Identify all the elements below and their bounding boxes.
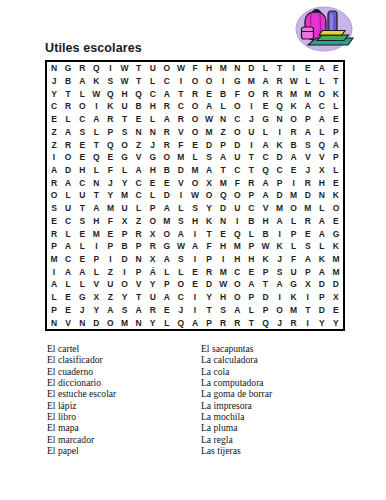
grid-cell-r21c14[interactable]: R [230, 316, 244, 329]
grid-cell-r16c4[interactable]: P [89, 253, 103, 266]
grid-cell-r11c20[interactable]: N [315, 189, 329, 202]
grid-cell-r20c12[interactable]: T [202, 304, 216, 317]
grid-cell-r1c6[interactable]: W [117, 62, 131, 75]
grid-cell-r11c21[interactable]: K [329, 189, 343, 202]
grid-cell-r10c7[interactable]: C [132, 176, 146, 189]
grid-cell-r7c18[interactable]: B [287, 138, 301, 151]
grid-cell-r13c12[interactable]: K [202, 215, 216, 228]
grid-cell-r16c17[interactable]: J [273, 253, 287, 266]
grid-cell-r8c15[interactable]: T [244, 151, 258, 164]
grid-cell-r5c3[interactable]: C [75, 113, 89, 126]
grid-cell-r1c20[interactable]: A [315, 62, 329, 75]
grid-cell-r9c17[interactable]: C [273, 164, 287, 177]
grid-cell-r16c6[interactable]: D [117, 253, 131, 266]
grid-cell-r19c1[interactable]: L [47, 291, 61, 304]
grid-cell-r2c17[interactable]: R [273, 75, 287, 88]
grid-cell-r9c2[interactable]: D [61, 164, 75, 177]
grid-cell-r6c1[interactable]: Z [47, 126, 61, 139]
grid-cell-r13c20[interactable]: A [315, 215, 329, 228]
grid-cell-r3c15[interactable]: O [244, 87, 258, 100]
grid-cell-r3c5[interactable]: Q [103, 87, 117, 100]
grid-cell-r5c7[interactable]: E [132, 113, 146, 126]
grid-cell-r5c12[interactable]: W [202, 113, 216, 126]
grid-cell-r11c5[interactable]: Y [103, 189, 117, 202]
grid-cell-r19c21[interactable]: X [329, 291, 343, 304]
grid-cell-r9c7[interactable]: A [132, 164, 146, 177]
grid-cell-r10c3[interactable]: C [75, 176, 89, 189]
grid-cell-r19c2[interactable]: E [61, 291, 75, 304]
grid-cell-r12c18[interactable]: O [287, 202, 301, 215]
grid-cell-r10c21[interactable]: E [329, 176, 343, 189]
grid-cell-r5c6[interactable]: T [117, 113, 131, 126]
grid-cell-r20c21[interactable]: E [329, 304, 343, 317]
grid-cell-r5c2[interactable]: L [61, 113, 75, 126]
grid-cell-r10c1[interactable]: R [47, 176, 61, 189]
grid-cell-r12c15[interactable]: C [244, 202, 258, 215]
grid-cell-r11c9[interactable]: D [160, 189, 174, 202]
grid-cell-r14c7[interactable]: R [132, 227, 146, 240]
grid-cell-r10c6[interactable]: Y [117, 176, 131, 189]
grid-cell-r11c4[interactable]: T [89, 189, 103, 202]
grid-cell-r17c8[interactable]: Á [146, 265, 160, 278]
grid-cell-r7c13[interactable]: P [216, 138, 230, 151]
grid-cell-r1c16[interactable]: L [258, 62, 272, 75]
grid-cell-r12c14[interactable]: U [230, 202, 244, 215]
grid-cell-r10c5[interactable]: J [103, 176, 117, 189]
grid-cell-r13c13[interactable]: N [216, 215, 230, 228]
grid-cell-r11c19[interactable]: D [301, 189, 315, 202]
grid-cell-r5c19[interactable]: P [301, 113, 315, 126]
grid-cell-r4c10[interactable]: C [174, 100, 188, 113]
grid-cell-r4c19[interactable]: A [301, 100, 315, 113]
grid-cell-r4c21[interactable]: L [329, 100, 343, 113]
grid-cell-r7c17[interactable]: K [273, 138, 287, 151]
grid-cell-r4c20[interactable]: C [315, 100, 329, 113]
grid-cell-r9c9[interactable]: B [160, 164, 174, 177]
grid-cell-r20c18[interactable]: M [287, 304, 301, 317]
grid-cell-r1c11[interactable]: F [188, 62, 202, 75]
grid-cell-r9c16[interactable]: Q [258, 164, 272, 177]
grid-cell-r11c17[interactable]: D [273, 189, 287, 202]
grid-cell-r1c7[interactable]: T [132, 62, 146, 75]
grid-cell-r5c9[interactable]: A [160, 113, 174, 126]
grid-cell-r10c18[interactable]: I [287, 176, 301, 189]
grid-cell-r21c6[interactable]: M [117, 316, 131, 329]
grid-cell-r2c13[interactable]: I [216, 75, 230, 88]
grid-cell-r2c9[interactable]: C [160, 75, 174, 88]
grid-cell-r3c4[interactable]: W [89, 87, 103, 100]
grid-cell-r4c12[interactable]: A [202, 100, 216, 113]
grid-cell-r21c2[interactable]: V [61, 316, 75, 329]
grid-cell-r7c9[interactable]: R [160, 138, 174, 151]
grid-cell-r3c8[interactable]: C [146, 87, 160, 100]
grid-cell-r19c13[interactable]: H [216, 291, 230, 304]
grid-cell-r5c11[interactable]: O [188, 113, 202, 126]
grid-cell-r21c10[interactable]: Q [174, 316, 188, 329]
grid-cell-r15c10[interactable]: W [174, 240, 188, 253]
grid-cell-r13c11[interactable]: H [188, 215, 202, 228]
grid-cell-r19c5[interactable]: Z [103, 291, 117, 304]
grid-cell-r5c1[interactable]: E [47, 113, 61, 126]
grid-cell-r11c1[interactable]: O [47, 189, 61, 202]
grid-cell-r10c14[interactable]: F [230, 176, 244, 189]
grid-cell-r17c6[interactable]: I [117, 265, 131, 278]
grid-cell-r2c11[interactable]: O [188, 75, 202, 88]
grid-cell-r9c10[interactable]: D [174, 164, 188, 177]
grid-cell-r2c21[interactable]: T [329, 75, 343, 88]
grid-cell-r10c11[interactable]: O [188, 176, 202, 189]
grid-cell-r18c9[interactable]: P [160, 278, 174, 291]
grid-cell-r12c16[interactable]: V [258, 202, 272, 215]
grid-cell-r15c1[interactable]: P [47, 240, 61, 253]
grid-cell-r6c13[interactable]: Z [216, 126, 230, 139]
grid-cell-r11c8[interactable]: L [146, 189, 160, 202]
grid-cell-r14c5[interactable]: E [103, 227, 117, 240]
grid-cell-r18c10[interactable]: O [174, 278, 188, 291]
grid-cell-r13c19[interactable]: R [301, 215, 315, 228]
grid-cell-r14c2[interactable]: L [61, 227, 75, 240]
grid-cell-r3c17[interactable]: R [273, 87, 287, 100]
grid-cell-r12c21[interactable]: O [329, 202, 343, 215]
grid-cell-r12c17[interactable]: M [273, 202, 287, 215]
grid-cell-r19c12[interactable]: Y [202, 291, 216, 304]
grid-cell-r16c11[interactable]: I [188, 253, 202, 266]
grid-cell-r21c8[interactable]: Y [146, 316, 160, 329]
grid-cell-r4c15[interactable]: I [244, 100, 258, 113]
grid-cell-r18c14[interactable]: O [230, 278, 244, 291]
grid-cell-r7c14[interactable]: D [230, 138, 244, 151]
grid-cell-r11c18[interactable]: M [287, 189, 301, 202]
grid-cell-r6c15[interactable]: U [244, 126, 258, 139]
grid-cell-r20c20[interactable]: D [315, 304, 329, 317]
grid-cell-r2c1[interactable]: J [47, 75, 61, 88]
grid-cell-r20c16[interactable]: P [258, 304, 272, 317]
grid-cell-r2c7[interactable]: T [132, 75, 146, 88]
grid-cell-r15c18[interactable]: L [287, 240, 301, 253]
grid-cell-r13c5[interactable]: F [103, 215, 117, 228]
grid-cell-r7c16[interactable]: A [258, 138, 272, 151]
grid-cell-r3c9[interactable]: A [160, 87, 174, 100]
grid-cell-r9c20[interactable]: X [315, 164, 329, 177]
grid-cell-r12c3[interactable]: T [75, 202, 89, 215]
grid-cell-r19c10[interactable]: C [174, 291, 188, 304]
grid-cell-r10c19[interactable]: R [301, 176, 315, 189]
grid-cell-r6c14[interactable]: O [230, 126, 244, 139]
grid-cell-r10c13[interactable]: M [216, 176, 230, 189]
grid-cell-r12c13[interactable]: D [216, 202, 230, 215]
grid-cell-r1c1[interactable]: N [47, 62, 61, 75]
grid-cell-r8c20[interactable]: V [315, 151, 329, 164]
grid-cell-r12c1[interactable]: S [47, 202, 61, 215]
grid-cell-r17c4[interactable]: L [89, 265, 103, 278]
grid-cell-r2c16[interactable]: A [258, 75, 272, 88]
grid-cell-r9c21[interactable]: L [329, 164, 343, 177]
grid-cell-r15c5[interactable]: P [103, 240, 117, 253]
grid-cell-r16c9[interactable]: A [160, 253, 174, 266]
grid-cell-r1c13[interactable]: M [216, 62, 230, 75]
grid-cell-r20c8[interactable]: R [146, 304, 160, 317]
grid-cell-r12c4[interactable]: A [89, 202, 103, 215]
grid-cell-r21c4[interactable]: D [89, 316, 103, 329]
grid-cell-r13c16[interactable]: H [258, 215, 272, 228]
grid-cell-r15c19[interactable]: S [301, 240, 315, 253]
grid-cell-r20c7[interactable]: A [132, 304, 146, 317]
grid-cell-r11c2[interactable]: L [61, 189, 75, 202]
grid-cell-r10c15[interactable]: R [244, 176, 258, 189]
grid-cell-r18c13[interactable]: W [216, 278, 230, 291]
grid-cell-r15c12[interactable]: F [202, 240, 216, 253]
grid-cell-r6c5[interactable]: P [103, 126, 117, 139]
grid-cell-r12c20[interactable]: L [315, 202, 329, 215]
grid-cell-r13c6[interactable]: X [117, 215, 131, 228]
grid-cell-r7c7[interactable]: Z [132, 138, 146, 151]
grid-cell-r20c9[interactable]: E [160, 304, 174, 317]
grid-cell-r17c9[interactable]: L [160, 265, 174, 278]
grid-cell-r14c9[interactable]: O [160, 227, 174, 240]
grid-cell-r13c10[interactable]: S [174, 215, 188, 228]
grid-cell-r6c11[interactable]: O [188, 126, 202, 139]
grid-cell-r14c1[interactable]: R [47, 227, 61, 240]
grid-cell-r13c21[interactable]: E [329, 215, 343, 228]
grid-cell-r16c2[interactable]: C [61, 253, 75, 266]
grid-cell-r1c12[interactable]: H [202, 62, 216, 75]
grid-cell-r1c5[interactable]: I [103, 62, 117, 75]
grid-cell-r15c3[interactable]: L [75, 240, 89, 253]
grid-cell-r19c4[interactable]: X [89, 291, 103, 304]
grid-cell-r16c15[interactable]: H [244, 253, 258, 266]
grid-cell-r9c4[interactable]: L [89, 164, 103, 177]
grid-cell-r20c6[interactable]: S [117, 304, 131, 317]
grid-cell-r1c3[interactable]: R [75, 62, 89, 75]
grid-cell-r12c19[interactable]: M [301, 202, 315, 215]
grid-cell-r16c21[interactable]: M [329, 253, 343, 266]
grid-cell-r14c20[interactable]: A [315, 227, 329, 240]
grid-cell-r19c7[interactable]: T [132, 291, 146, 304]
grid-cell-r4c1[interactable]: C [47, 100, 61, 113]
grid-cell-r7c10[interactable]: F [174, 138, 188, 151]
grid-cell-r18c21[interactable]: D [329, 278, 343, 291]
grid-cell-r11c7[interactable]: C [132, 189, 146, 202]
grid-cell-r16c3[interactable]: E [75, 253, 89, 266]
grid-cell-r19c16[interactable]: D [258, 291, 272, 304]
grid-cell-r15c21[interactable]: K [329, 240, 343, 253]
grid-cell-r3c12[interactable]: E [202, 87, 216, 100]
grid-cell-r2c12[interactable]: O [202, 75, 216, 88]
grid-cell-r7c1[interactable]: Z [47, 138, 61, 151]
grid-cell-r11c14[interactable]: O [230, 189, 244, 202]
grid-cell-r9c12[interactable]: A [202, 164, 216, 177]
grid-cell-r4c5[interactable]: K [103, 100, 117, 113]
grid-cell-r9c18[interactable]: E [287, 164, 301, 177]
grid-cell-r8c13[interactable]: A [216, 151, 230, 164]
grid-cell-r20c14[interactable]: A [230, 304, 244, 317]
grid-cell-r13c14[interactable]: I [230, 215, 244, 228]
grid-cell-r3c14[interactable]: F [230, 87, 244, 100]
grid-cell-r5c5[interactable]: R [103, 113, 117, 126]
grid-cell-r5c21[interactable]: E [329, 113, 343, 126]
grid-cell-r6c10[interactable]: V [174, 126, 188, 139]
grid-cell-r3c11[interactable]: R [188, 87, 202, 100]
grid-cell-r4c14[interactable]: O [230, 100, 244, 113]
grid-cell-r16c10[interactable]: S [174, 253, 188, 266]
grid-cell-r12c9[interactable]: A [160, 202, 174, 215]
grid-cell-r10c9[interactable]: E [160, 176, 174, 189]
grid-cell-r6c16[interactable]: L [258, 126, 272, 139]
grid-cell-r18c19[interactable]: X [301, 278, 315, 291]
grid-cell-r3c6[interactable]: H [117, 87, 131, 100]
grid-cell-r17c3[interactable]: A [75, 265, 89, 278]
grid-cell-r8c7[interactable]: V [132, 151, 146, 164]
grid-cell-r15c16[interactable]: W [258, 240, 272, 253]
grid-cell-r6c3[interactable]: S [75, 126, 89, 139]
grid-cell-r5c10[interactable]: R [174, 113, 188, 126]
grid-cell-r11c6[interactable]: M [117, 189, 131, 202]
grid-cell-r18c18[interactable]: G [287, 278, 301, 291]
grid-cell-r13c3[interactable]: S [75, 215, 89, 228]
grid-cell-r7c6[interactable]: O [117, 138, 131, 151]
grid-cell-r19c6[interactable]: Y [117, 291, 131, 304]
grid-cell-r14c12[interactable]: T [202, 227, 216, 240]
grid-cell-r9c14[interactable]: C [230, 164, 244, 177]
grid-cell-r18c2[interactable]: L [61, 278, 75, 291]
grid-cell-r13c8[interactable]: O [146, 215, 160, 228]
grid-cell-r17c1[interactable]: I [47, 265, 61, 278]
grid-cell-r12c8[interactable]: P [146, 202, 160, 215]
grid-cell-r6c4[interactable]: L [89, 126, 103, 139]
grid-cell-r14c6[interactable]: P [117, 227, 131, 240]
grid-cell-r9c19[interactable]: J [301, 164, 315, 177]
grid-cell-r6c6[interactable]: S [117, 126, 131, 139]
grid-cell-r13c18[interactable]: L [287, 215, 301, 228]
grid-cell-r18c1[interactable]: A [47, 278, 61, 291]
grid-cell-r16c7[interactable]: N [132, 253, 146, 266]
grid-cell-r2c5[interactable]: S [103, 75, 117, 88]
grid-cell-r7c11[interactable]: E [188, 138, 202, 151]
grid-cell-r10c4[interactable]: N [89, 176, 103, 189]
grid-cell-r2c19[interactable]: L [301, 75, 315, 88]
grid-cell-r21c1[interactable]: N [47, 316, 61, 329]
grid-cell-r10c10[interactable]: V [174, 176, 188, 189]
grid-cell-r9c13[interactable]: T [216, 164, 230, 177]
grid-cell-r14c15[interactable]: L [244, 227, 258, 240]
grid-cell-r21c19[interactable]: I [301, 316, 315, 329]
grid-cell-r3c2[interactable]: T [61, 87, 75, 100]
grid-cell-r11c10[interactable]: I [174, 189, 188, 202]
grid-cell-r6c21[interactable]: P [329, 126, 343, 139]
grid-cell-r14c21[interactable]: G [329, 227, 343, 240]
grid-cell-r20c19[interactable]: T [301, 304, 315, 317]
grid-cell-r16c1[interactable]: M [47, 253, 61, 266]
grid-cell-r21c20[interactable]: Y [315, 316, 329, 329]
grid-cell-r5c13[interactable]: N [216, 113, 230, 126]
grid-cell-r8c4[interactable]: Q [89, 151, 103, 164]
grid-cell-r19c20[interactable]: P [315, 291, 329, 304]
grid-cell-r14c17[interactable]: I [273, 227, 287, 240]
grid-cell-r11c12[interactable]: O [202, 189, 216, 202]
grid-cell-r2c6[interactable]: W [117, 75, 131, 88]
grid-cell-r15c11[interactable]: A [188, 240, 202, 253]
grid-cell-r13c9[interactable]: M [160, 215, 174, 228]
grid-cell-r3c1[interactable]: Y [47, 87, 61, 100]
grid-cell-r21c18[interactable]: R [287, 316, 301, 329]
grid-cell-r18c17[interactable]: A [273, 278, 287, 291]
grid-cell-r13c7[interactable]: Z [132, 215, 146, 228]
grid-cell-r15c2[interactable]: A [61, 240, 75, 253]
grid-cell-r8c14[interactable]: U [230, 151, 244, 164]
grid-cell-r21c16[interactable]: Q [258, 316, 272, 329]
grid-cell-r13c15[interactable]: B [244, 215, 258, 228]
grid-cell-r13c2[interactable]: C [61, 215, 75, 228]
grid-cell-r17c20[interactable]: A [315, 265, 329, 278]
grid-cell-r17c16[interactable]: P [258, 265, 272, 278]
grid-cell-r14c13[interactable]: E [216, 227, 230, 240]
grid-cell-r11c11[interactable]: W [188, 189, 202, 202]
grid-cell-r16c16[interactable]: K [258, 253, 272, 266]
grid-cell-r18c7[interactable]: V [132, 278, 146, 291]
grid-cell-r15c6[interactable]: B [117, 240, 131, 253]
grid-cell-r18c6[interactable]: O [117, 278, 131, 291]
grid-cell-r12c5[interactable]: M [103, 202, 117, 215]
grid-cell-r16c8[interactable]: X [146, 253, 160, 266]
grid-cell-r4c4[interactable]: I [89, 100, 103, 113]
grid-cell-r20c2[interactable]: E [61, 304, 75, 317]
grid-cell-r18c8[interactable]: Y [146, 278, 160, 291]
grid-cell-r1c15[interactable]: D [244, 62, 258, 75]
grid-cell-r15c20[interactable]: L [315, 240, 329, 253]
grid-cell-r6c20[interactable]: L [315, 126, 329, 139]
grid-cell-r8c10[interactable]: M [174, 151, 188, 164]
grid-cell-r17c12[interactable]: R [202, 265, 216, 278]
grid-cell-r10c8[interactable]: E [146, 176, 160, 189]
grid-cell-r5c15[interactable]: J [244, 113, 258, 126]
grid-cell-r4c6[interactable]: U [117, 100, 131, 113]
grid-cell-r7c8[interactable]: J [146, 138, 160, 151]
grid-cell-r2c20[interactable]: L [315, 75, 329, 88]
grid-cell-r14c4[interactable]: M [89, 227, 103, 240]
grid-cell-r19c11[interactable]: I [188, 291, 202, 304]
grid-cell-r15c4[interactable]: I [89, 240, 103, 253]
grid-cell-r14c10[interactable]: A [174, 227, 188, 240]
grid-cell-r19c9[interactable]: A [160, 291, 174, 304]
grid-cell-r8c8[interactable]: G [146, 151, 160, 164]
grid-cell-r11c15[interactable]: P [244, 189, 258, 202]
grid-cell-r7c3[interactable]: E [75, 138, 89, 151]
grid-cell-r7c21[interactable]: A [329, 138, 343, 151]
grid-cell-r16c5[interactable]: I [103, 253, 117, 266]
grid-cell-r16c12[interactable]: P [202, 253, 216, 266]
grid-cell-r12c12[interactable]: Y [202, 202, 216, 215]
grid-cell-r1c21[interactable]: E [329, 62, 343, 75]
grid-cell-r17c11[interactable]: E [188, 265, 202, 278]
grid-cell-r20c17[interactable]: O [273, 304, 287, 317]
grid-cell-r17c7[interactable]: P [132, 265, 146, 278]
grid-cell-r1c10[interactable]: W [174, 62, 188, 75]
grid-cell-r10c2[interactable]: A [61, 176, 75, 189]
grid-cell-r19c17[interactable]: I [273, 291, 287, 304]
grid-cell-r7c19[interactable]: S [301, 138, 315, 151]
grid-cell-r17c15[interactable]: E [244, 265, 258, 278]
grid-cell-r17c2[interactable]: A [61, 265, 75, 278]
grid-cell-r20c5[interactable]: A [103, 304, 117, 317]
grid-cell-r14c3[interactable]: E [75, 227, 89, 240]
grid-cell-r18c11[interactable]: E [188, 278, 202, 291]
grid-cell-r4c7[interactable]: B [132, 100, 146, 113]
grid-cell-r19c18[interactable]: K [287, 291, 301, 304]
grid-cell-r1c4[interactable]: Q [89, 62, 103, 75]
grid-cell-r16c20[interactable]: K [315, 253, 329, 266]
grid-cell-r9c6[interactable]: L [117, 164, 131, 177]
grid-cell-r18c15[interactable]: A [244, 278, 258, 291]
